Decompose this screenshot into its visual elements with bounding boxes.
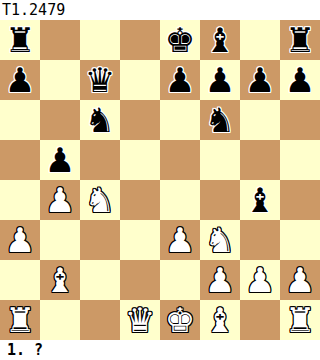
square-e7[interactable]: ♟ [160,60,200,100]
black-pawn-piece[interactable]: ♟ [5,60,35,100]
white-king-piece[interactable]: ♚ [165,300,195,340]
square-d4[interactable] [120,180,160,220]
square-h7[interactable]: ♟ [280,60,320,100]
square-c2[interactable] [80,260,120,300]
black-queen-piece[interactable]: ♛ [85,60,115,100]
square-h3[interactable] [280,220,320,260]
black-king-piece[interactable]: ♚ [165,20,195,60]
square-f7[interactable]: ♟ [200,60,240,100]
black-knight-piece[interactable]: ♞ [85,100,115,140]
white-queen-piece[interactable]: ♛ [125,300,155,340]
square-g8[interactable] [240,20,280,60]
black-pawn-piece[interactable]: ♟ [165,60,195,100]
black-pawn-piece[interactable]: ♟ [205,60,235,100]
black-rook-piece[interactable]: ♜ [5,20,35,60]
square-c4[interactable]: ♞ [80,180,120,220]
square-b3[interactable] [40,220,80,260]
white-pawn-piece[interactable]: ♟ [285,260,315,300]
square-b4[interactable]: ♟ [40,180,80,220]
white-knight-piece[interactable]: ♞ [205,220,235,260]
square-g2[interactable]: ♟ [240,260,280,300]
square-f5[interactable] [200,140,240,180]
square-c6[interactable]: ♞ [80,100,120,140]
white-pawn-piece[interactable]: ♟ [245,260,275,300]
square-c5[interactable] [80,140,120,180]
square-b7[interactable] [40,60,80,100]
move-prompt: 1. ? [0,340,320,360]
square-e5[interactable] [160,140,200,180]
square-g7[interactable]: ♟ [240,60,280,100]
square-h5[interactable] [280,140,320,180]
square-h8[interactable]: ♜ [280,20,320,60]
white-pawn-piece[interactable]: ♟ [5,220,35,260]
square-d6[interactable] [120,100,160,140]
square-a2[interactable] [0,260,40,300]
square-e3[interactable]: ♟ [160,220,200,260]
square-c3[interactable] [80,220,120,260]
black-bishop-piece[interactable]: ♝ [245,180,275,220]
black-bishop-piece[interactable]: ♝ [205,20,235,60]
square-a7[interactable]: ♟ [0,60,40,100]
square-f6[interactable]: ♞ [200,100,240,140]
square-c7[interactable]: ♛ [80,60,120,100]
square-b5[interactable]: ♟ [40,140,80,180]
square-a4[interactable] [0,180,40,220]
square-b2[interactable]: ♝ [40,260,80,300]
square-c1[interactable] [80,300,120,340]
square-g3[interactable] [240,220,280,260]
white-pawn-piece[interactable]: ♟ [45,180,75,220]
square-g4[interactable]: ♝ [240,180,280,220]
black-pawn-piece[interactable]: ♟ [45,140,75,180]
square-d1[interactable]: ♛ [120,300,160,340]
square-a1[interactable]: ♜ [0,300,40,340]
square-e8[interactable]: ♚ [160,20,200,60]
square-e4[interactable] [160,180,200,220]
square-b6[interactable] [40,100,80,140]
square-d2[interactable] [120,260,160,300]
square-d5[interactable] [120,140,160,180]
square-d8[interactable] [120,20,160,60]
white-bishop-piece[interactable]: ♝ [45,260,75,300]
square-h1[interactable]: ♜ [280,300,320,340]
white-pawn-piece[interactable]: ♟ [205,260,235,300]
square-f2[interactable]: ♟ [200,260,240,300]
black-pawn-piece[interactable]: ♟ [245,60,275,100]
square-g6[interactable] [240,100,280,140]
square-h2[interactable]: ♟ [280,260,320,300]
white-bishop-piece[interactable]: ♝ [205,300,235,340]
black-knight-piece[interactable]: ♞ [205,100,235,140]
square-f4[interactable] [200,180,240,220]
square-f3[interactable]: ♞ [200,220,240,260]
chess-board: ♜♚♝♜♟♛♟♟♟♟♞♞♟♟♞♝♟♟♞♝♟♟♟♜♛♚♝♜ [0,20,320,340]
square-d7[interactable] [120,60,160,100]
square-e2[interactable] [160,260,200,300]
white-knight-piece[interactable]: ♞ [85,180,115,220]
square-a5[interactable] [0,140,40,180]
square-b1[interactable] [40,300,80,340]
square-f8[interactable]: ♝ [200,20,240,60]
square-b8[interactable] [40,20,80,60]
square-g5[interactable] [240,140,280,180]
black-pawn-piece[interactable]: ♟ [285,60,315,100]
square-e1[interactable]: ♚ [160,300,200,340]
square-h4[interactable] [280,180,320,220]
square-f1[interactable]: ♝ [200,300,240,340]
white-pawn-piece[interactable]: ♟ [165,220,195,260]
square-c8[interactable] [80,20,120,60]
black-rook-piece[interactable]: ♜ [285,20,315,60]
square-a8[interactable]: ♜ [0,20,40,60]
white-rook-piece[interactable]: ♜ [5,300,35,340]
square-e6[interactable] [160,100,200,140]
chess-app-window: T1.2479 ♜♚♝♜♟♛♟♟♟♟♞♞♟♟♞♝♟♟♞♝♟♟♟♜♛♚♝♜ 1. … [0,0,320,360]
square-g1[interactable] [240,300,280,340]
square-a3[interactable]: ♟ [0,220,40,260]
square-a6[interactable] [0,100,40,140]
square-h6[interactable] [280,100,320,140]
white-rook-piece[interactable]: ♜ [285,300,315,340]
puzzle-title: T1.2479 [0,0,320,20]
square-d3[interactable] [120,220,160,260]
